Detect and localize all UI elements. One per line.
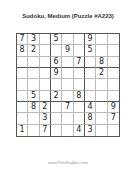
cell-r4c4: 9 [51,68,62,79]
cell-r1c9 [108,34,119,45]
cell-r2c4 [51,45,62,56]
cell-r3c1 [17,57,28,68]
cell-r4c5 [62,68,73,79]
cell-r2c7: 5 [85,45,96,56]
cell-r2c5: 9 [62,45,73,56]
cell-r7c8 [96,102,107,113]
cell-r5c9 [108,79,119,90]
page-title: Sudoku, Medium (Puzzle #A223) [0,13,136,20]
cell-r7c9: 9 [108,102,119,113]
cell-r2c2: 2 [28,45,39,56]
cell-r8c2 [28,113,39,124]
cell-r8c8 [96,113,107,124]
cell-r6c9 [108,91,119,102]
cell-r3c5 [62,57,73,68]
cell-r4c7 [85,68,96,79]
cell-r6c1 [17,91,28,102]
cell-r1c8 [96,34,107,45]
cell-r3c9 [108,57,119,68]
cell-r9c6: 4 [74,125,85,136]
cell-r8c4 [51,113,62,124]
cell-r7c3: 2 [40,102,51,113]
cell-r5c7 [85,79,96,90]
cell-r8c1 [17,113,28,124]
cell-r5c3 [40,79,51,90]
cell-r1c7: 9 [85,34,96,45]
cell-r3c4: 6 [51,57,62,68]
cell-r7c4 [51,102,62,113]
cell-r6c6: 8 [74,91,85,102]
cell-r6c8 [96,91,107,102]
cell-r8c3: 3 [40,113,51,124]
sudoku-sheet: Sudoku, Medium (Puzzle #A223) 7359829567… [0,0,136,176]
cell-r7c6 [74,102,85,113]
cell-r4c3 [40,68,51,79]
cell-r6c7 [85,91,96,102]
cell-r9c2 [28,125,39,136]
cell-r2c8 [96,45,107,56]
cell-r5c5 [62,79,73,90]
cell-r1c4: 5 [51,34,62,45]
cell-r9c4 [51,125,62,136]
cell-r8c9: 7 [108,113,119,124]
footer-url: www.PrintSudoku.com [0,160,136,165]
cell-r9c5 [62,125,73,136]
cell-r7c1 [17,102,28,113]
cell-r9c1: 1 [17,125,28,136]
cell-r4c8: 2 [96,68,107,79]
cell-r5c1 [17,79,28,90]
cell-r5c2 [28,79,39,90]
cell-r9c3: 7 [40,125,51,136]
cell-r1c1: 7 [17,34,28,45]
cell-r1c6 [74,34,85,45]
cell-r9c7: 3 [85,125,96,136]
cell-r6c3 [40,91,51,102]
cell-r4c1 [17,68,28,79]
cell-r3c6: 7 [74,57,85,68]
cell-r2c9 [108,45,119,56]
cell-r6c4: 2 [51,91,62,102]
cell-r8c5 [62,113,73,124]
cell-r4c9 [108,68,119,79]
cell-r2c1: 8 [17,45,28,56]
cell-r4c2 [28,68,39,79]
cell-r5c6 [74,79,85,90]
cell-r3c2 [28,57,39,68]
cell-r6c5 [62,91,73,102]
cell-r7c7: 4 [85,102,96,113]
cell-r8c6 [74,113,85,124]
cell-r6c2: 5 [28,91,39,102]
cell-r5c4 [51,79,62,90]
cell-r7c2: 8 [28,102,39,113]
cell-r7c5: 7 [62,102,73,113]
cell-r5c8 [96,79,107,90]
cell-r8c7: 8 [85,113,96,124]
cell-r2c6 [74,45,85,56]
cell-r3c7 [85,57,96,68]
cell-r3c8: 8 [96,57,107,68]
cell-r1c5 [62,34,73,45]
sudoku-grid: 7359829567892528827493871743 [16,33,120,137]
cell-r9c9 [108,125,119,136]
cell-r1c3 [40,34,51,45]
cell-r4c6 [74,68,85,79]
cell-r2c3 [40,45,51,56]
cell-r9c8 [96,125,107,136]
cell-r1c2: 3 [28,34,39,45]
cell-r3c3 [40,57,51,68]
